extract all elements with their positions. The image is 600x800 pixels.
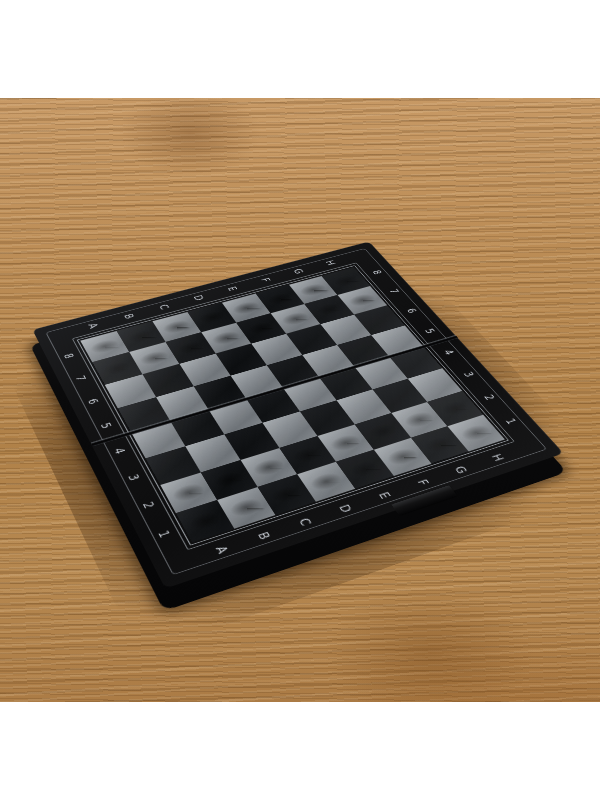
top-white-band: [0, 0, 600, 98]
label-text: D: [337, 503, 354, 514]
piece-glyph: ♟: [348, 271, 378, 304]
piece-glyph: ♜: [184, 478, 228, 527]
rank-label-2: 2: [127, 487, 169, 524]
piece-glyph: ♞: [224, 463, 270, 514]
label-text: A: [213, 545, 229, 556]
product-photo: ♜♞♝♛♚♝♞♜♟♟♟♟♟♟♟♟♟♟♟♟♟♟♟♟♜♞♝♛♚♝♞♜ ABCDEFG…: [0, 0, 600, 800]
wood-table: ♜♞♝♛♚♝♞♜♟♟♟♟♟♟♟♟♟♟♟♟♟♟♟♟♜♞♝♛♚♝♞♜ ABCDEFG…: [0, 98, 600, 702]
label-text: 5: [423, 328, 437, 335]
label-text: 4: [112, 447, 127, 456]
rank-label-7: 7: [62, 364, 99, 394]
label-text: H: [489, 453, 505, 463]
piece-glyph: ♟: [281, 289, 311, 323]
rank-label-6: 6: [74, 386, 112, 417]
label-text: 7: [387, 288, 400, 294]
piece-glyph: ♟: [247, 299, 278, 333]
piece-glyph: ♟: [139, 328, 170, 363]
piece-glyph: ♝: [264, 449, 311, 502]
board-scene: ♜♞♝♛♚♝♞♜♟♟♟♟♟♟♟♟♟♟♟♟♟♟♟♟♜♞♝♛♚♝♞♜ ABCDEFG…: [0, 98, 600, 702]
piece-glyph: ♟: [212, 308, 243, 342]
rank-label-3: 3: [113, 460, 154, 495]
label-text: 1: [156, 529, 172, 539]
piece-glyph: ♟: [176, 318, 207, 353]
label-text: 7: [74, 375, 88, 383]
rank-label-8: 8: [51, 342, 87, 370]
label-text: 1: [503, 417, 518, 425]
bottom-white-band: [0, 702, 600, 800]
label-text: 5: [99, 422, 113, 430]
label-text: 6: [86, 398, 100, 406]
piece-glyph: ♜: [457, 393, 498, 439]
label-text: B: [256, 531, 272, 541]
label-text: 6: [405, 307, 418, 314]
label-text: 8: [62, 352, 75, 359]
label-text: 2: [141, 500, 156, 509]
square-a1[interactable]: ♜: [176, 500, 234, 543]
label-text: F: [415, 478, 430, 487]
piece-glyph: ♟: [102, 338, 134, 373]
piece-glyph: ♟: [315, 280, 345, 313]
label-text: E: [377, 491, 393, 500]
label-text: G: [452, 465, 468, 475]
label-text: 3: [126, 473, 141, 482]
label-text: C: [297, 517, 313, 527]
label-text: 4: [442, 349, 456, 356]
